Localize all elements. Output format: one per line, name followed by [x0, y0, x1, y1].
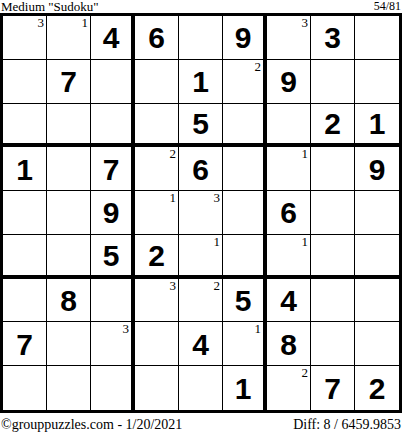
cell-r8c5[interactable]: 4 — [179, 322, 223, 366]
cell-r6c9[interactable] — [355, 235, 399, 279]
cell-r7c5[interactable]: 2 — [179, 279, 223, 323]
pencil-mark: 1 — [214, 235, 221, 249]
cell-r5c5[interactable]: 3 — [179, 191, 223, 235]
cell-r9c8[interactable]: 7 — [311, 366, 355, 410]
cell-r4c6[interactable] — [223, 147, 267, 191]
cell-r8c1[interactable]: 7 — [3, 322, 47, 366]
cell-r7c2[interactable]: 8 — [47, 279, 91, 323]
cell-value: 7 — [60, 65, 77, 97]
cell-r7c9[interactable] — [355, 279, 399, 323]
cell-r6c5[interactable]: 1 — [179, 235, 223, 279]
cell-r5c7[interactable]: 6 — [267, 191, 311, 235]
cell-r4c9[interactable]: 9 — [355, 147, 399, 191]
pencil-mark: 3 — [214, 191, 221, 205]
cell-value: 4 — [280, 284, 297, 316]
pencil-mark: 1 — [255, 322, 262, 336]
pencil-mark: 2 — [214, 279, 221, 293]
cell-value: 5 — [192, 107, 209, 139]
cell-r4c7[interactable]: 1 — [267, 147, 311, 191]
cell-value: 5 — [235, 284, 252, 316]
cell-r5c9[interactable] — [355, 191, 399, 235]
cell-r9c3[interactable] — [91, 366, 135, 410]
cell-value: 2 — [324, 107, 341, 139]
cell-r7c6[interactable]: 5 — [223, 279, 267, 323]
cell-r1c2[interactable]: 1 — [47, 16, 91, 60]
cell-value: 4 — [103, 21, 120, 53]
pencil-mark: 3 — [38, 16, 45, 30]
cell-r3c9[interactable]: 1 — [355, 104, 399, 148]
cell-r9c5[interactable] — [179, 366, 223, 410]
cell-value: 1 — [369, 107, 386, 139]
cell-r9c9[interactable]: 2 — [355, 366, 399, 410]
cell-r2c7[interactable]: 9 — [267, 60, 311, 104]
cell-value: 2 — [148, 239, 165, 271]
cell-r1c7[interactable]: 3 — [267, 16, 311, 60]
cell-r7c1[interactable] — [3, 279, 47, 323]
cell-r2c8[interactable] — [311, 60, 355, 104]
cell-value: 9 — [280, 65, 297, 97]
copyright-text: ©grouppuzzles.com - 1/20/2021 — [1, 417, 182, 433]
cell-r4c1[interactable]: 1 — [3, 147, 47, 191]
cell-r2c1[interactable] — [3, 60, 47, 104]
cell-value: 4 — [192, 328, 209, 360]
cell-r3c1[interactable] — [3, 104, 47, 148]
cell-r1c9[interactable] — [355, 16, 399, 60]
cell-r2c5[interactable]: 1 — [179, 60, 223, 104]
cell-value: 1 — [235, 372, 252, 404]
cell-r8c6[interactable]: 1 — [223, 322, 267, 366]
cell-r6c4[interactable]: 2 — [135, 235, 179, 279]
cell-r1c6[interactable]: 9 — [223, 16, 267, 60]
cell-value: 6 — [148, 21, 165, 53]
pencil-mark: 3 — [123, 322, 130, 336]
cell-r2c6[interactable]: 2 — [223, 60, 267, 104]
pencil-mark: 3 — [170, 279, 177, 293]
cell-r4c5[interactable]: 6 — [179, 147, 223, 191]
cell-r8c4[interactable] — [135, 322, 179, 366]
cell-r4c3[interactable]: 7 — [91, 147, 135, 191]
cell-r6c1[interactable] — [3, 235, 47, 279]
footer: ©grouppuzzles.com - 1/20/2021 Diff: 8 / … — [0, 413, 402, 437]
cell-r4c8[interactable] — [311, 147, 355, 191]
cell-value: 7 — [103, 153, 120, 185]
cell-r4c2[interactable] — [47, 147, 91, 191]
cell-r6c3[interactable]: 5 — [91, 235, 135, 279]
cell-r3c2[interactable] — [47, 104, 91, 148]
cell-value: 9 — [103, 196, 120, 228]
pencil-mark: 1 — [302, 147, 309, 161]
cell-r2c9[interactable] — [355, 60, 399, 104]
pencil-mark: 2 — [170, 147, 177, 161]
cell-value: 3 — [324, 21, 341, 53]
cell-r1c8[interactable]: 3 — [311, 16, 355, 60]
cell-value: 9 — [369, 153, 386, 185]
pencil-mark: 1 — [82, 16, 89, 30]
cell-r8c2[interactable] — [47, 322, 91, 366]
cell-r2c4[interactable] — [135, 60, 179, 104]
pencil-mark: 1 — [170, 191, 177, 205]
cell-r4c4[interactable]: 2 — [135, 147, 179, 191]
cell-r3c6[interactable] — [223, 104, 267, 148]
header: Medium "Sudoku" 54/81 — [0, 0, 402, 13]
cell-value: 2 — [369, 372, 386, 404]
cell-r9c1[interactable] — [3, 366, 47, 410]
cell-r8c9[interactable] — [355, 322, 399, 366]
cell-r9c4[interactable] — [135, 366, 179, 410]
cell-value: 5 — [103, 239, 120, 271]
cell-r3c8[interactable]: 2 — [311, 104, 355, 148]
cell-r7c3[interactable] — [91, 279, 135, 323]
cell-r8c3[interactable]: 3 — [91, 322, 135, 366]
cell-r2c2[interactable]: 7 — [47, 60, 91, 104]
cell-r5c2[interactable] — [47, 191, 91, 235]
cell-r3c4[interactable] — [135, 104, 179, 148]
cell-value: 6 — [192, 153, 209, 185]
cell-value: 1 — [192, 65, 209, 97]
cell-r7c8[interactable] — [311, 279, 355, 323]
cell-r6c8[interactable] — [311, 235, 355, 279]
cell-r6c6[interactable] — [223, 235, 267, 279]
cell-value: 7 — [16, 328, 33, 360]
cell-r5c3[interactable]: 9 — [91, 191, 135, 235]
cell-r5c6[interactable] — [223, 191, 267, 235]
cell-r7c7[interactable]: 4 — [267, 279, 311, 323]
cell-value: 7 — [324, 372, 341, 404]
cell-value: 9 — [235, 21, 252, 53]
empty-cell-counter: 54/81 — [374, 0, 401, 13]
cell-value: 6 — [280, 196, 297, 228]
cell-r5c1[interactable] — [3, 191, 47, 235]
cell-r9c6[interactable]: 1 — [223, 366, 267, 410]
cell-r7c4[interactable]: 3 — [135, 279, 179, 323]
cell-r1c1[interactable]: 3 — [3, 16, 47, 60]
cell-r5c4[interactable]: 1 — [135, 191, 179, 235]
cell-r3c3[interactable] — [91, 104, 135, 148]
pencil-mark: 3 — [302, 16, 309, 30]
difficulty-text: Diff: 8 / 6459.9853 — [293, 417, 401, 433]
cell-r5c8[interactable] — [311, 191, 355, 235]
sudoku-page: Medium "Sudoku" 54/81 314693371295211726… — [0, 0, 402, 437]
cell-r9c2[interactable] — [47, 366, 91, 410]
pencil-mark: 2 — [302, 366, 309, 380]
sudoku-grid: 3146933712952117261991365211832547341812… — [0, 13, 402, 413]
pencil-mark: 2 — [255, 60, 262, 74]
cell-value: 8 — [60, 284, 77, 316]
cell-r2c3[interactable] — [91, 60, 135, 104]
cell-r8c8[interactable] — [311, 322, 355, 366]
cell-value: 8 — [280, 328, 297, 360]
cell-r9c7[interactable]: 2 — [267, 366, 311, 410]
cell-r1c3[interactable]: 4 — [91, 16, 135, 60]
cell-r1c4[interactable]: 6 — [135, 16, 179, 60]
pencil-mark: 1 — [302, 235, 309, 249]
cell-r1c5[interactable] — [179, 16, 223, 60]
page-title: Medium "Sudoku" — [1, 0, 99, 13]
cell-r6c7[interactable]: 1 — [267, 235, 311, 279]
cell-value: 1 — [16, 153, 33, 185]
cell-r6c2[interactable] — [47, 235, 91, 279]
cell-r3c7[interactable] — [267, 104, 311, 148]
cell-r8c7[interactable]: 8 — [267, 322, 311, 366]
cell-r3c5[interactable]: 5 — [179, 104, 223, 148]
